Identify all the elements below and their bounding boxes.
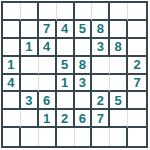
cell-r3c4[interactable] — [57, 39, 75, 57]
cell-r7c1[interactable] — [3, 110, 21, 128]
given-digit: 1 — [43, 111, 50, 124]
cell-r8c6[interactable] — [92, 128, 110, 146]
cell-r4c4[interactable]: 5 — [57, 57, 75, 75]
cell-r4c8[interactable]: 2 — [128, 57, 146, 75]
cell-r5c5[interactable]: 3 — [75, 75, 93, 93]
cell-r1c4[interactable] — [57, 3, 75, 21]
cell-r2c2[interactable] — [21, 21, 39, 39]
cell-r4c5[interactable]: 8 — [75, 57, 93, 75]
given-digit: 1 — [7, 58, 14, 71]
given-digit: 8 — [79, 58, 86, 71]
cell-r5c1[interactable]: 4 — [3, 75, 21, 93]
cell-r6c3[interactable]: 6 — [39, 92, 57, 110]
cell-r2c6[interactable]: 8 — [92, 21, 110, 39]
cell-r2c4[interactable]: 4 — [57, 21, 75, 39]
given-digit: 8 — [97, 22, 104, 35]
cell-r1c1[interactable] — [3, 3, 21, 21]
cell-r1c3[interactable] — [39, 3, 57, 21]
cell-r2c5[interactable]: 5 — [75, 21, 93, 39]
cell-r1c8[interactable] — [128, 3, 146, 21]
cell-r8c3[interactable] — [39, 128, 57, 146]
cell-r4c1[interactable]: 1 — [3, 57, 21, 75]
cell-r5c3[interactable] — [39, 75, 57, 93]
cell-r2c7[interactable] — [110, 21, 128, 39]
cell-r3c3[interactable]: 4 — [39, 39, 57, 57]
cell-r6c5[interactable] — [75, 92, 93, 110]
cell-r8c5[interactable] — [75, 128, 93, 146]
cell-r8c4[interactable] — [57, 128, 75, 146]
given-digit: 7 — [97, 111, 104, 124]
cell-r7c3[interactable]: 1 — [39, 110, 57, 128]
cell-r7c4[interactable]: 2 — [57, 110, 75, 128]
cell-r4c7[interactable] — [110, 57, 128, 75]
given-digit: 2 — [97, 93, 104, 106]
cell-r8c7[interactable] — [110, 128, 128, 146]
given-digit: 1 — [61, 75, 68, 88]
puzzle-board: 745814381582413736251267 — [1, 1, 148, 148]
cell-r6c6[interactable]: 2 — [92, 92, 110, 110]
given-digit: 3 — [79, 75, 86, 88]
cell-r7c5[interactable]: 6 — [75, 110, 93, 128]
given-digit: 5 — [61, 58, 68, 71]
cell-r8c1[interactable] — [3, 128, 21, 146]
cell-r4c6[interactable] — [92, 57, 110, 75]
given-digit: 7 — [43, 22, 50, 35]
cell-r5c6[interactable] — [92, 75, 110, 93]
cell-r3c2[interactable]: 1 — [21, 39, 39, 57]
cell-r3c5[interactable] — [75, 39, 93, 57]
given-digit: 8 — [115, 40, 122, 53]
cell-r7c6[interactable]: 7 — [92, 110, 110, 128]
cell-r3c1[interactable] — [3, 39, 21, 57]
cell-r3c7[interactable]: 8 — [110, 39, 128, 57]
cell-r4c2[interactable] — [21, 57, 39, 75]
cell-r2c1[interactable] — [3, 21, 21, 39]
given-digit: 5 — [79, 22, 86, 35]
cell-r2c3[interactable]: 7 — [39, 21, 57, 39]
given-digit: 2 — [133, 58, 140, 71]
cell-r3c6[interactable]: 3 — [92, 39, 110, 57]
cell-r6c8[interactable] — [128, 92, 146, 110]
cell-r5c7[interactable] — [110, 75, 128, 93]
cell-r1c7[interactable] — [110, 3, 128, 21]
given-digit: 2 — [61, 111, 68, 124]
given-digit: 6 — [79, 111, 86, 124]
cell-r4c3[interactable] — [39, 57, 57, 75]
cell-r5c4[interactable]: 1 — [57, 75, 75, 93]
cell-r1c6[interactable] — [92, 3, 110, 21]
cell-r7c2[interactable] — [21, 110, 39, 128]
cell-r6c2[interactable]: 3 — [21, 92, 39, 110]
cell-r8c8[interactable] — [128, 128, 146, 146]
cell-r6c7[interactable]: 5 — [110, 92, 128, 110]
cell-r5c2[interactable] — [21, 75, 39, 93]
given-digit: 3 — [25, 93, 32, 106]
given-digit: 1 — [25, 40, 32, 53]
given-digit: 4 — [43, 40, 50, 53]
given-digit: 4 — [7, 75, 14, 88]
cell-r7c8[interactable] — [128, 110, 146, 128]
cell-r8c2[interactable] — [21, 128, 39, 146]
given-digit: 4 — [61, 22, 68, 35]
cell-r3c8[interactable] — [128, 39, 146, 57]
cell-r2c8[interactable] — [128, 21, 146, 39]
cell-r1c5[interactable] — [75, 3, 93, 21]
given-digit: 6 — [43, 93, 50, 106]
cell-r1c2[interactable] — [21, 3, 39, 21]
given-digit: 7 — [133, 75, 140, 88]
given-digit: 5 — [115, 93, 122, 106]
cell-r7c7[interactable] — [110, 110, 128, 128]
cell-r6c1[interactable] — [3, 92, 21, 110]
given-digit: 3 — [97, 40, 104, 53]
cell-r6c4[interactable] — [57, 92, 75, 110]
cell-r5c8[interactable]: 7 — [128, 75, 146, 93]
